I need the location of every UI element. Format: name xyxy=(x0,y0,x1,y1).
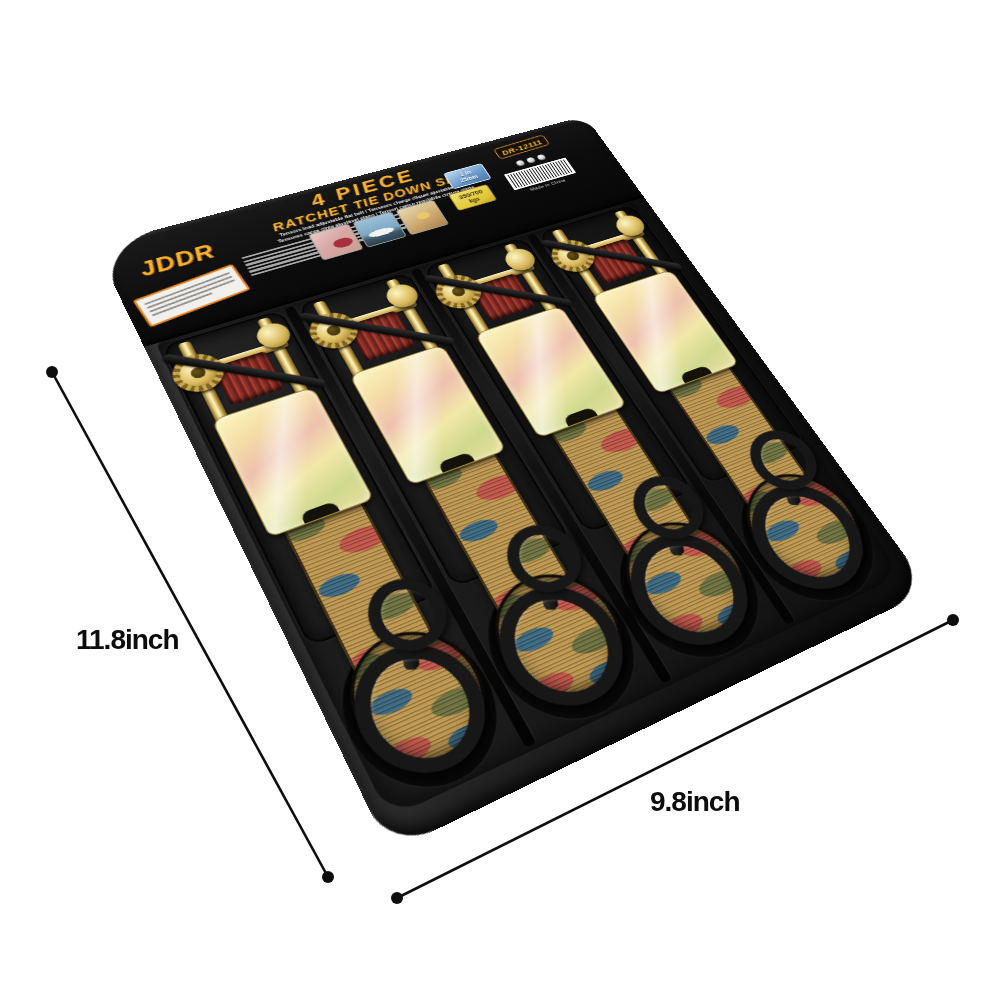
certification-icon xyxy=(525,156,536,163)
certification-icon xyxy=(515,159,526,166)
product-tray: JDDR 4 PIECE RATCHET TIE DOWN SET Tensor… xyxy=(95,116,930,852)
product-photo-stage: 11.8inch 9.8inch JDDR 4 PIECE RATCHET TI… xyxy=(0,0,1000,1000)
width-dim-end-dot-right xyxy=(947,614,959,626)
width-dim-end-dot-left xyxy=(391,892,403,904)
height-dim-end-dot-bottom xyxy=(322,871,334,883)
height-dim-end-dot-top xyxy=(46,366,58,378)
width-dimension-label: 9.8inch xyxy=(650,786,739,818)
height-dimension-label: 11.8inch xyxy=(76,624,179,656)
certification-icon xyxy=(536,154,546,161)
sticker-text-line xyxy=(146,275,232,309)
